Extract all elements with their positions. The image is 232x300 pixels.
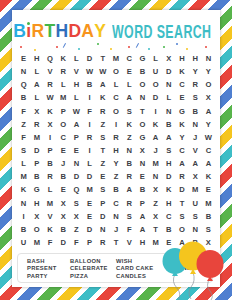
grid-cell: K — [123, 118, 136, 131]
grid-cell: S — [175, 210, 188, 223]
grid-cell: T — [96, 52, 109, 65]
grid-cell: J — [189, 131, 202, 144]
grid-cell: E — [175, 91, 188, 104]
grid-cell: B — [17, 223, 30, 236]
grid-cell: H — [189, 52, 202, 65]
grid-cell: C — [175, 144, 188, 157]
puzzle-grid: EHQKLDTMCGLXHHNNLVRVWWOEBUDKYYQARLHBALLO… — [17, 52, 215, 249]
grid-cell: D — [83, 52, 96, 65]
grid-cell: R — [96, 236, 109, 249]
grid-cell: S — [123, 105, 136, 118]
grid-cell: P — [136, 197, 149, 210]
grid-cell: P — [96, 197, 109, 210]
grid-cell: K — [202, 170, 215, 183]
confetti-dot — [20, 46, 22, 48]
word-item: CELEBRATE — [70, 265, 116, 272]
grid-cell: B — [57, 223, 70, 236]
grid-cell: U — [17, 236, 30, 249]
grid-cell: Z — [96, 118, 109, 131]
grid-cell: A — [123, 91, 136, 104]
grid-cell: O — [149, 78, 162, 91]
grid-cell: O — [109, 105, 122, 118]
grid-cell: L — [109, 78, 122, 91]
grid-cell: L — [70, 52, 83, 65]
grid-cell: E — [57, 183, 70, 196]
grid-cell: K — [175, 118, 188, 131]
grid-cell: K — [57, 52, 70, 65]
grid-cell: E — [96, 170, 109, 183]
title-word-search: WORD SEARCH — [112, 21, 211, 42]
grid-cell: S — [202, 223, 215, 236]
grid-cell: D — [83, 170, 96, 183]
word-item: BALLOON — [70, 258, 116, 265]
balloons-illustration — [150, 238, 232, 300]
grid-cell: O — [202, 78, 215, 91]
title-letter: ı — [26, 21, 31, 42]
grid-cell: X — [57, 210, 70, 223]
grid-cell: S — [162, 144, 175, 157]
grid-cell: L — [57, 78, 70, 91]
grid-cell: Q — [17, 78, 30, 91]
grid-cell: A — [136, 210, 149, 223]
grid-cell: M — [83, 183, 96, 196]
grid-cell: R — [109, 131, 122, 144]
grid-cell: M — [43, 197, 56, 210]
title-letter: R — [31, 21, 44, 42]
grid-cell: N — [162, 78, 175, 91]
grid-cell: K — [17, 183, 30, 196]
grid-cell: E — [136, 170, 149, 183]
grid-cell: R — [123, 170, 136, 183]
grid-cell: R — [123, 197, 136, 210]
grid-cell: H — [70, 78, 83, 91]
grid-cell: X — [189, 170, 202, 183]
grid-cell: O — [30, 223, 43, 236]
grid-cell: N — [189, 223, 202, 236]
confetti-dot — [78, 48, 80, 50]
balloon-string — [189, 272, 194, 299]
grid-cell: A — [123, 183, 136, 196]
grid-cell: D — [162, 170, 175, 183]
grid-cell: H — [162, 157, 175, 170]
grid-cell: H — [109, 144, 122, 157]
grid-cell: T — [136, 105, 149, 118]
word-item: PIZZA — [70, 273, 116, 280]
balloon-red — [197, 250, 224, 281]
grid-cell: I — [83, 144, 96, 157]
grid-cell: W — [202, 131, 215, 144]
grid-cell: O — [175, 223, 188, 236]
grid-cell: E — [70, 144, 83, 157]
grid-cell: E — [57, 144, 70, 157]
grid-cell: Y — [202, 118, 215, 131]
title-letter: Y — [94, 21, 106, 42]
grid-cell: W — [70, 105, 83, 118]
grid-cell: A — [202, 157, 215, 170]
grid-cell: S — [189, 210, 202, 223]
grid-cell: H — [162, 197, 175, 210]
grid-cell: S — [189, 91, 202, 104]
grid-cell: F — [43, 236, 56, 249]
grid-cell: M — [57, 91, 70, 104]
grid-cell: T — [175, 197, 188, 210]
grid-cell: R — [57, 65, 70, 78]
grid-cell: A — [175, 157, 188, 170]
grid-cell: X — [149, 183, 162, 196]
grid-cell: Z — [96, 157, 109, 170]
word-item: BASH — [27, 258, 70, 265]
confetti-dot — [176, 43, 178, 45]
grid-cell: C — [175, 78, 188, 91]
grid-cell: Z — [109, 170, 122, 183]
grid-cell: X — [202, 91, 215, 104]
grid-cell: G — [136, 52, 149, 65]
grid-cell: X — [43, 118, 56, 131]
grid-cell: Z — [123, 131, 136, 144]
grid-cell: L — [30, 65, 43, 78]
grid-cell: A — [30, 78, 43, 91]
title-letter-dot — [27, 22, 30, 25]
grid-cell: K — [96, 91, 109, 104]
grid-cell: B — [17, 91, 30, 104]
grid-cell: I — [109, 118, 122, 131]
confetti-dot — [205, 46, 207, 48]
grid-cell: B — [43, 157, 56, 170]
grid-cell: R — [96, 105, 109, 118]
grid-cell: Q — [43, 52, 56, 65]
worksheet-page: BıRTHDAY WORD SEARCH EHQKLDTMCGLXHHNNLVR… — [0, 0, 232, 300]
grid-cell: M — [189, 183, 202, 196]
grid-cell: B — [123, 157, 136, 170]
grid-cell: L — [162, 91, 175, 104]
grid-cell: D — [30, 144, 43, 157]
grid-cell: B — [30, 170, 43, 183]
grid-cell: A — [189, 157, 202, 170]
grid-cell: M — [30, 236, 43, 249]
grid-cell: B — [109, 183, 122, 196]
grid-cell: E — [17, 52, 30, 65]
grid-cell: I — [83, 91, 96, 104]
grid-cell: C — [57, 131, 70, 144]
grid-cell: L — [83, 157, 96, 170]
grid-cell: T — [96, 144, 109, 157]
grid-cell: Y — [202, 65, 215, 78]
grid-cell: Y — [175, 131, 188, 144]
grid-cell: B — [202, 210, 215, 223]
page-title: BıRTHDAY WORD SEARCH — [12, 21, 220, 42]
grid-cell: L — [30, 91, 43, 104]
grid-cell: X — [149, 210, 162, 223]
grid-cell: I — [149, 105, 162, 118]
word-item: PARTY — [27, 273, 70, 280]
grid-cell: D — [149, 91, 162, 104]
grid-cell: C — [109, 91, 122, 104]
grid-cell: Z — [70, 223, 83, 236]
confetti-dot — [186, 48, 188, 50]
grid-cell: N — [96, 223, 109, 236]
grid-cell: H — [175, 52, 188, 65]
grid-cell: I — [17, 210, 30, 223]
grid-cell: O — [109, 65, 122, 78]
grid-cell: B — [189, 105, 202, 118]
title-letter: H — [55, 21, 68, 42]
grid-cell: R — [175, 170, 188, 183]
grid-cell: X — [162, 52, 175, 65]
grid-cell: R — [30, 118, 43, 131]
confetti-dot — [128, 46, 130, 48]
grid-cell: T — [149, 223, 162, 236]
grid-cell: B — [136, 183, 149, 196]
grid-cell: O — [57, 118, 70, 131]
grid-cell: W — [96, 65, 109, 78]
grid-cell: D — [57, 236, 70, 249]
grid-cell: F — [17, 105, 30, 118]
grid-cell: Y — [109, 157, 122, 170]
grid-cell: G — [30, 183, 43, 196]
balloon-string — [173, 274, 179, 300]
grid-cell: B — [162, 118, 175, 131]
grid-cell: N — [109, 210, 122, 223]
grid-cell: C — [162, 210, 175, 223]
grid-cell: W — [43, 91, 56, 104]
grid-cell: S — [70, 197, 83, 210]
grid-cell: S — [123, 210, 136, 223]
grid-cell: W — [83, 65, 96, 78]
grid-cell: R — [189, 78, 202, 91]
title-birthday: BıRTHDAY — [13, 21, 106, 42]
grid-cell: L — [43, 183, 56, 196]
grid-cell: C — [202, 144, 215, 157]
grid-cell: D — [83, 223, 96, 236]
grid-cell: V — [123, 236, 136, 249]
grid-cell: N — [70, 157, 83, 170]
grid-cell: B — [83, 78, 96, 91]
grid-cell: U — [149, 65, 162, 78]
grid-cell: N — [17, 65, 30, 78]
grid-cell: G — [175, 105, 188, 118]
grid-cell: J — [109, 223, 122, 236]
grid-cell: O — [136, 118, 149, 131]
balloon-string — [208, 278, 213, 300]
grid-cell: O — [136, 78, 149, 91]
grid-cell: R — [83, 131, 96, 144]
grid-cell: P — [43, 144, 56, 157]
grid-cell: L — [123, 78, 136, 91]
grid-cell: M — [30, 131, 43, 144]
grid-cell: P — [30, 157, 43, 170]
grid-cell: I — [83, 118, 96, 131]
grid-cell: H — [30, 52, 43, 65]
confetti-dot — [97, 43, 99, 45]
grid-cell: X — [30, 210, 43, 223]
grid-cell: P — [70, 131, 83, 144]
grid-cell: D — [175, 183, 188, 196]
grid-cell: L — [70, 91, 83, 104]
grid-cell: D — [96, 210, 109, 223]
title-letter: T — [44, 21, 55, 42]
grid-cell: Y — [189, 65, 202, 78]
grid-cell: P — [83, 236, 96, 249]
grid-cell: R — [43, 170, 56, 183]
grid-cell: M — [202, 197, 215, 210]
grid-cell: A — [70, 118, 83, 131]
grid-cell: S — [96, 131, 109, 144]
grid-cell: K — [149, 118, 162, 131]
grid-cell: D — [70, 170, 83, 183]
grid-cell: T — [109, 236, 122, 249]
grid-cell: D — [162, 65, 175, 78]
grid-cell: E — [123, 65, 136, 78]
grid-cell: F — [123, 223, 136, 236]
grid-cell: E — [83, 197, 96, 210]
grid-cell: N — [136, 91, 149, 104]
grid-cell: A — [202, 105, 215, 118]
grid-cell: M — [17, 170, 30, 183]
grid-cell: A — [162, 131, 175, 144]
grid-cell: V — [43, 210, 56, 223]
grid-cell: K — [162, 183, 175, 196]
grid-cell: F — [70, 236, 83, 249]
word-list-column: BASHPRESENTPARTY — [27, 258, 70, 280]
grid-cell: F — [17, 131, 30, 144]
grid-cell: Q — [70, 183, 83, 196]
grid-cell: N — [136, 157, 149, 170]
grid-cell: L — [149, 52, 162, 65]
grid-cell: B — [57, 170, 70, 183]
grid-cell: C — [109, 197, 122, 210]
grid-cell: B — [136, 65, 149, 78]
grid-cell: N — [202, 52, 215, 65]
grid-cell: E — [202, 183, 215, 196]
grid-cell: U — [189, 197, 202, 210]
grid-cell: A — [149, 131, 162, 144]
grid-cell: R — [43, 78, 56, 91]
grid-cell: L — [17, 157, 30, 170]
confetti-slash — [136, 43, 139, 48]
grid-cell: X — [70, 210, 83, 223]
grid-cell: N — [189, 118, 202, 131]
confetti-dot — [163, 46, 165, 48]
grid-cell: S — [96, 183, 109, 196]
grid-cell: J — [149, 144, 162, 157]
grid-cell: I — [43, 131, 56, 144]
grid-cell: H — [136, 236, 149, 249]
grid-cell: G — [136, 131, 149, 144]
grid-cell: N — [123, 144, 136, 157]
grid-cell: H — [30, 197, 43, 210]
grid-cell: Z — [149, 197, 162, 210]
confetti-dot — [56, 46, 58, 48]
grid-cell: N — [149, 170, 162, 183]
grid-cell: E — [83, 210, 96, 223]
grid-cell: J — [57, 157, 70, 170]
grid-cell: K — [43, 223, 56, 236]
grid-cell: M — [149, 157, 162, 170]
grid-cell: N — [17, 197, 30, 210]
title-letter: B — [13, 21, 26, 42]
grid-cell: A — [96, 78, 109, 91]
confetti-dot — [148, 48, 150, 50]
grid-cell: K — [175, 65, 188, 78]
grid-cell: C — [123, 52, 136, 65]
grid-cell: X — [136, 144, 149, 157]
word-list-column: BALLOONCELEBRATEPIZZA — [70, 258, 116, 280]
grid-cell: V — [43, 65, 56, 78]
grid-cell: K — [43, 105, 56, 118]
confetti-dot — [34, 49, 36, 51]
grid-cell: N — [162, 105, 175, 118]
grid-cell: X — [57, 197, 70, 210]
confetti-dot — [110, 48, 112, 50]
grid-cell: V — [189, 144, 202, 157]
grid-cell: M — [109, 52, 122, 65]
title-letter: D — [68, 21, 81, 42]
grid-cell: A — [136, 223, 149, 236]
word-item: PRESENT — [27, 265, 70, 272]
grid-cell: X — [30, 105, 43, 118]
confetti-slash — [63, 43, 66, 48]
grid-cell: B — [162, 223, 175, 236]
grid-cell: V — [70, 65, 83, 78]
title-letter: A — [81, 21, 94, 42]
grid-cell: Z — [17, 118, 30, 131]
grid-cell: S — [17, 144, 30, 157]
grid-cell: P — [57, 105, 70, 118]
grid-cell: F — [83, 105, 96, 118]
